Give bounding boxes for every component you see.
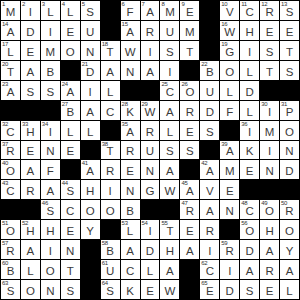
cell-letter: V [206, 185, 214, 199]
cell-letter: U [166, 26, 174, 40]
cell-r4c15[interactable]: S [280, 61, 299, 80]
cell-r9c13[interactable]: E [240, 160, 259, 179]
cell-letter: S [246, 285, 254, 299]
cell-r15c15[interactable]: L [280, 280, 299, 299]
cell-letter: W [164, 185, 175, 199]
cell-r12c15[interactable]: O [280, 220, 299, 239]
cell-r10c8[interactable]: G [141, 180, 160, 199]
cell-letter: V [226, 6, 234, 20]
cell-r3c13[interactable]: I [240, 41, 259, 60]
clue-number: 9 [181, 1, 184, 8]
cell-r15c11[interactable]: 65E [200, 280, 219, 299]
cell-r12c11[interactable]: R [200, 220, 219, 239]
cell-r2c12[interactable]: 16W [220, 21, 239, 40]
cell-letter: E [266, 285, 274, 299]
cell-letter: I [49, 126, 52, 140]
cell-letter: N [146, 165, 154, 179]
cell-letter: D [86, 66, 94, 80]
cell-letter: O [106, 205, 115, 219]
cell-r6c8[interactable]: 29W [141, 101, 160, 120]
cell-r9c11[interactable]: 42A [200, 160, 219, 179]
cell-r11c14[interactable]: 49O [260, 200, 279, 219]
cell-letter: S [166, 145, 174, 159]
cell-r2c15[interactable]: E [280, 21, 299, 40]
block-cell-r11c2 [21, 200, 40, 219]
cell-r7c2[interactable]: 33H [21, 121, 40, 140]
block-cell-r14c5 [81, 260, 100, 279]
cell-r4c14[interactable]: T [260, 61, 279, 80]
cell-r15c8[interactable]: E [141, 280, 160, 299]
cell-letter: G [146, 185, 155, 199]
cell-letter: U [206, 86, 214, 100]
cell-r12c14[interactable]: H [260, 220, 279, 239]
clue-number: 33 [22, 121, 28, 128]
cell-r8c13[interactable]: K [240, 141, 259, 160]
cell-r9c6[interactable]: R [101, 160, 120, 179]
cell-letter: I [268, 145, 271, 159]
cell-r1c8[interactable]: 7A [141, 1, 160, 20]
cell-letter: R [106, 165, 114, 179]
cell-r3c7[interactable]: W [121, 41, 140, 60]
cell-letter: L [127, 225, 133, 239]
cell-r14c7[interactable]: C [121, 260, 140, 279]
cell-r5c5[interactable]: I [81, 81, 100, 100]
cell-r1c2[interactable]: 2I [21, 1, 40, 20]
cell-r9c8[interactable]: N [141, 160, 160, 179]
cell-r9c5[interactable]: 41A [81, 160, 100, 179]
block-cell-r4c4 [61, 61, 80, 80]
cell-r3c9[interactable]: S [160, 41, 179, 60]
cell-letter: R [265, 6, 273, 20]
cell-r9c15[interactable]: D [280, 160, 299, 179]
cell-r8c7[interactable]: R [121, 141, 140, 160]
cell-r14c15[interactable]: A [280, 260, 299, 279]
cell-r15c3[interactable]: N [41, 280, 60, 299]
cell-r13c14[interactable]: A [260, 240, 279, 259]
clue-number: 19 [221, 41, 227, 48]
cell-r8c6[interactable]: 38T [101, 141, 120, 160]
cell-r7c14[interactable]: M [260, 121, 279, 140]
cell-r4c3[interactable]: B [41, 61, 60, 80]
cell-letter: A [66, 86, 74, 100]
cell-r3c8[interactable]: I [141, 41, 160, 60]
cell-r3c6[interactable]: 18T [101, 41, 120, 60]
cell-r7c8[interactable]: R [141, 121, 160, 140]
cell-letter: U [106, 265, 114, 279]
cell-r5c13[interactable]: D [240, 81, 259, 100]
cell-letter: A [86, 106, 94, 120]
cell-letter: R [146, 126, 154, 140]
cell-r8c10[interactable]: S [180, 141, 199, 160]
cell-r14c8[interactable]: L [141, 260, 160, 279]
block-cell-r12c12 [220, 220, 239, 239]
block-cell-r5c15 [280, 81, 299, 100]
cell-letter: W [145, 106, 156, 120]
clue-number: 10 [221, 1, 227, 8]
block-cell-r2c6 [101, 21, 120, 40]
cell-r7c15[interactable]: O [280, 121, 299, 140]
cell-r2c13[interactable]: H [240, 21, 259, 40]
cell-letter: B [206, 66, 214, 80]
cell-letter: F [47, 165, 54, 179]
cell-r1c4[interactable]: 4L [61, 1, 80, 20]
cell-r9c1[interactable]: 40O [1, 160, 20, 179]
cell-r4c13[interactable]: L [240, 61, 259, 80]
cell-r9c14[interactable]: N [260, 160, 279, 179]
cell-r8c8[interactable]: U [141, 141, 160, 160]
cell-r7c11[interactable]: S [200, 121, 219, 140]
cell-letter: E [286, 26, 294, 40]
cell-r4c7[interactable]: N [121, 61, 140, 80]
cell-r7c3[interactable]: 34I [41, 121, 60, 140]
cell-r10c5[interactable]: H [81, 180, 100, 199]
cell-r11c10[interactable]: 47R [180, 200, 199, 219]
block-cell-r15c10 [180, 280, 199, 299]
cell-r13c1[interactable]: 57R [1, 240, 20, 259]
cell-r12c1[interactable]: 51O [1, 220, 20, 239]
cell-r14c4[interactable]: T [61, 260, 80, 279]
cell-r15c13[interactable]: S [240, 280, 259, 299]
cell-r12c9[interactable]: 55T [160, 220, 179, 239]
cell-letter: D [26, 26, 34, 40]
cell-r9c12[interactable]: M [220, 160, 239, 179]
cell-r8c2[interactable]: E [21, 141, 40, 160]
cell-letter: S [7, 285, 15, 299]
cell-letter: L [246, 106, 252, 120]
cell-letter: A [7, 26, 15, 40]
cell-letter: A [286, 265, 294, 279]
cell-r3c3[interactable]: M [41, 41, 60, 60]
cell-r7c1[interactable]: 32C [1, 121, 20, 140]
cell-r1c7[interactable]: 6F [121, 1, 140, 20]
cell-letter: R [126, 145, 134, 159]
cell-r13c10[interactable]: A [180, 240, 199, 259]
cell-r9c2[interactable]: A [21, 160, 40, 179]
cell-r2c3[interactable]: I [41, 21, 60, 40]
clue-number: 52 [22, 220, 28, 227]
cell-r9c9[interactable]: A [160, 160, 179, 179]
cell-r4c2[interactable]: A [21, 61, 40, 80]
block-cell-r7c12 [220, 121, 239, 140]
cell-letter: R [265, 265, 273, 279]
cell-r15c14[interactable]: E [260, 280, 279, 299]
cell-letter: C [206, 265, 214, 279]
cell-letter: L [87, 126, 93, 140]
clue-number: 58 [102, 240, 108, 247]
cell-r14c1[interactable]: 60B [1, 260, 20, 279]
cell-r8c15[interactable]: N [280, 141, 299, 160]
block-cell-r4c10 [180, 61, 199, 80]
cell-r6c11[interactable]: D [200, 101, 219, 120]
cell-r4c5[interactable]: 21D [81, 61, 100, 80]
clue-number: 2 [22, 1, 25, 8]
cell-r13c4[interactable]: N [61, 240, 80, 259]
cell-letter: L [67, 126, 73, 140]
cell-r10c7[interactable]: N [121, 180, 140, 199]
cell-r14c3[interactable]: O [41, 260, 60, 279]
cell-r5c6[interactable]: L [101, 81, 120, 100]
cell-r12c8[interactable]: 54I [141, 220, 160, 239]
cell-r4c8[interactable]: A [141, 61, 160, 80]
cell-r12c13[interactable]: 56O [240, 220, 259, 239]
cell-letter: H [46, 225, 54, 239]
cell-r3c10[interactable]: T [180, 41, 199, 60]
cell-r15c7[interactable]: K [121, 280, 140, 299]
cell-letter: K [246, 145, 254, 159]
cell-r2c9[interactable]: U [160, 21, 179, 40]
cell-letter: N [46, 145, 54, 159]
clue-number: 20 [2, 61, 8, 68]
cell-r10c12[interactable]: E [220, 180, 239, 199]
cell-r4c6[interactable]: A [101, 61, 120, 80]
cell-r5c2[interactable]: S [21, 81, 40, 100]
cell-r8c4[interactable]: E [61, 141, 80, 160]
cell-r3c4[interactable]: O [61, 41, 80, 60]
cell-letter: T [266, 66, 273, 80]
cell-r5c11[interactable]: U [200, 81, 219, 100]
cell-r14c13[interactable]: A [240, 260, 259, 279]
clue-number: 50 [281, 200, 287, 207]
cell-letter: E [186, 6, 194, 20]
cell-letter: L [47, 6, 53, 20]
cell-r1c13[interactable]: 11C [240, 1, 259, 20]
cell-r4c12[interactable]: O [220, 61, 239, 80]
cell-letter: C [246, 205, 254, 219]
cell-letter: M [265, 126, 275, 140]
cell-r6c9[interactable]: A [160, 101, 179, 120]
cell-r8c9[interactable]: S [160, 141, 179, 160]
cell-r2c7[interactable]: 15A [121, 21, 140, 40]
cell-r14c12[interactable]: I [220, 260, 239, 279]
cell-letter: O [26, 285, 35, 299]
cell-r3c1[interactable]: 17L [1, 41, 20, 60]
cell-r1c12[interactable]: 10V [220, 1, 239, 20]
cell-letter: E [226, 185, 234, 199]
cell-r2c4[interactable]: E [61, 21, 80, 40]
clue-number: 38 [102, 141, 108, 148]
clue-number: 32 [2, 121, 8, 128]
cell-r5c9[interactable]: 25C [160, 81, 179, 100]
cell-r8c14[interactable]: I [260, 141, 279, 160]
cell-r15c1[interactable]: 63S [1, 280, 20, 299]
cell-r7c13[interactable]: 36I [240, 121, 259, 140]
cell-letter: S [66, 285, 74, 299]
cell-r13c11[interactable]: I [200, 240, 219, 259]
clue-number: 65 [201, 280, 207, 287]
cell-r14c9[interactable]: A [160, 260, 179, 279]
cell-letter: H [246, 26, 254, 40]
cell-r6c12[interactable]: F [220, 101, 239, 120]
cell-r3c12[interactable]: 19G [220, 41, 239, 60]
cell-r10c1[interactable]: 43C [1, 180, 20, 199]
cell-r1c5[interactable]: 5S [81, 1, 100, 20]
cell-letter: N [126, 185, 134, 199]
cell-letter: A [146, 66, 154, 80]
cell-r12c5[interactable]: Y [81, 220, 100, 239]
cell-r15c9[interactable]: W [160, 280, 179, 299]
cell-r11c3[interactable]: 46S [41, 200, 60, 219]
cell-r12c10[interactable]: E [180, 220, 199, 239]
cell-letter: D [146, 245, 154, 259]
cell-letter: M [185, 26, 195, 40]
cell-r3c14[interactable]: S [260, 41, 279, 60]
cell-r15c4[interactable]: S [61, 280, 80, 299]
cell-r2c8[interactable]: R [141, 21, 160, 40]
cell-r11c4[interactable]: C [61, 200, 80, 219]
cell-letter: C [246, 6, 254, 20]
cell-letter: L [246, 66, 252, 80]
cell-letter: P [286, 106, 294, 120]
cell-r8c3[interactable]: N [41, 141, 60, 160]
cell-r11c11[interactable]: A [200, 200, 219, 219]
cell-r6c6[interactable]: C [101, 101, 120, 120]
cell-r6c4[interactable]: 27B [61, 101, 80, 120]
cell-letter: O [225, 66, 234, 80]
clue-number: 27 [62, 101, 68, 108]
cell-r8c1[interactable]: 37R [1, 141, 20, 160]
cell-r12c2[interactable]: 52H [21, 220, 40, 239]
clue-number: 28 [122, 101, 128, 108]
cell-letter: A [186, 245, 194, 259]
cell-r10c9[interactable]: W [160, 180, 179, 199]
cell-r13c12[interactable]: 59R [220, 240, 239, 259]
cell-letter: N [46, 285, 54, 299]
cell-r15c6[interactable]: 64S [101, 280, 120, 299]
cell-r3c5[interactable]: N [81, 41, 100, 60]
cell-r6c5[interactable]: A [81, 101, 100, 120]
cell-letter: I [248, 46, 251, 60]
cell-r5c12[interactable]: L [220, 81, 239, 100]
cell-r3c2[interactable]: E [21, 41, 40, 60]
cell-r4c1[interactable]: 20T [1, 61, 20, 80]
cell-r12c3[interactable]: H [41, 220, 60, 239]
cell-letter: L [7, 46, 13, 60]
cell-r1c10[interactable]: 9E [180, 1, 199, 20]
cell-letter: D [246, 86, 254, 100]
cell-r13c8[interactable]: D [141, 240, 160, 259]
cell-r5c10[interactable]: 26O [180, 81, 199, 100]
cell-r7c9[interactable]: L [160, 121, 179, 140]
cell-r10c6[interactable]: I [101, 180, 120, 199]
clue-number: 35 [122, 121, 128, 128]
cell-r2c2[interactable]: D [21, 21, 40, 40]
cell-r7c10[interactable]: E [180, 121, 199, 140]
clue-number: 8 [161, 1, 164, 8]
cell-r11c6[interactable]: O [101, 200, 120, 219]
cell-r14c6[interactable]: 61U [101, 260, 120, 279]
cell-r2c5[interactable]: U [81, 21, 100, 40]
cell-letter: A [146, 6, 154, 20]
cell-r15c2[interactable]: O [21, 280, 40, 299]
cell-r6c13[interactable]: L [240, 101, 259, 120]
cell-r10c11[interactable]: V [200, 180, 219, 199]
cell-r10c3[interactable]: A [41, 180, 60, 199]
cell-letter: B [126, 205, 134, 219]
cell-r11c13[interactable]: 48C [240, 200, 259, 219]
cell-r15c12[interactable]: D [220, 280, 239, 299]
cell-r2c10[interactable]: M [180, 21, 199, 40]
cell-r13c7[interactable]: A [121, 240, 140, 259]
cell-letter: F [127, 6, 134, 20]
clue-number: 16 [221, 21, 227, 28]
cell-r1c14[interactable]: 12R [260, 1, 279, 20]
cell-letter: Y [86, 225, 94, 239]
clue-number: 12 [261, 1, 267, 8]
cell-r13c3[interactable]: I [41, 240, 60, 259]
cell-r5c4[interactable]: 24A [61, 81, 80, 100]
cell-letter: E [66, 145, 74, 159]
cell-r6c10[interactable]: R [180, 101, 199, 120]
block-cell-r6c2 [21, 101, 40, 120]
cell-r11c5[interactable]: O [81, 200, 100, 219]
block-cell-r6c1 [1, 101, 20, 120]
cell-r10c2[interactable]: R [21, 180, 40, 199]
cell-letter: A [186, 185, 194, 199]
cell-r13c2[interactable]: A [21, 240, 40, 259]
cell-r6c7[interactable]: 28K [121, 101, 140, 120]
clue-number: 15 [122, 21, 128, 28]
cell-r7c4[interactable]: L [61, 121, 80, 140]
cell-r4c9[interactable]: I [160, 61, 179, 80]
cell-letter: I [268, 106, 271, 120]
cell-r1c15[interactable]: 13S [280, 1, 299, 20]
cell-r10c4[interactable]: 44S [61, 180, 80, 199]
cell-r1c3[interactable]: 3L [41, 1, 60, 20]
cell-letter: E [186, 126, 194, 140]
cell-r9c3[interactable]: F [41, 160, 60, 179]
cell-letter: A [206, 165, 214, 179]
clue-number: 39 [221, 141, 227, 148]
clue-number: 37 [2, 141, 8, 148]
cell-r6c14[interactable]: 30I [260, 101, 279, 120]
cell-r6c15[interactable]: 31P [280, 101, 299, 120]
cell-r8c12[interactable]: 39A [220, 141, 239, 160]
cell-r13c13[interactable]: D [240, 240, 259, 259]
cell-r11c7[interactable]: B [121, 200, 140, 219]
cell-r13c6[interactable]: 58B [101, 240, 120, 259]
cell-r2c14[interactable]: E [260, 21, 279, 40]
clue-number: 55 [161, 220, 167, 227]
cell-r7c7[interactable]: 35A [121, 121, 140, 140]
cell-letter: R [285, 205, 293, 219]
cell-r13c15[interactable]: Y [280, 240, 299, 259]
cell-letter: A [226, 145, 234, 159]
cell-r9c7[interactable]: E [121, 160, 140, 179]
cell-r14c11[interactable]: 62C [200, 260, 219, 279]
cell-r11c15[interactable]: 50R [280, 200, 299, 219]
cell-letter: E [146, 285, 154, 299]
cell-r5c3[interactable]: S [41, 81, 60, 100]
cell-r14c14[interactable]: R [260, 260, 279, 279]
block-cell-r11c9 [160, 200, 179, 219]
cell-r12c4[interactable]: E [61, 220, 80, 239]
cell-r11c12[interactable]: N [220, 200, 239, 219]
cell-r3c15[interactable]: T [280, 41, 299, 60]
cell-r1c9[interactable]: 8M [160, 1, 179, 20]
cell-r5c1[interactable]: 23A [1, 81, 20, 100]
cell-r4c11[interactable]: 22B [200, 61, 219, 80]
cell-r10c10[interactable]: 45A [180, 180, 199, 199]
cell-r14c2[interactable]: L [21, 260, 40, 279]
cell-r13c9[interactable]: H [160, 240, 179, 259]
cell-letter: C [106, 106, 114, 120]
cell-r7c5[interactable]: L [81, 121, 100, 140]
cell-r2c1[interactable]: 14A [1, 21, 20, 40]
cell-letter: H [86, 185, 94, 199]
clue-number: 49 [261, 200, 267, 207]
cell-r1c1[interactable]: 1M [1, 1, 20, 20]
cell-r12c7[interactable]: 53L [121, 220, 140, 239]
